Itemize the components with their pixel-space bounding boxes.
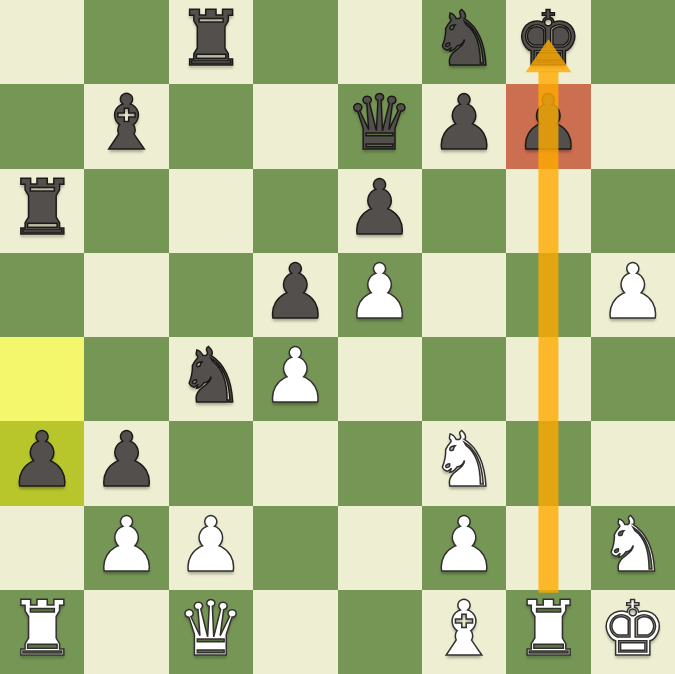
square-e1[interactable] [338, 590, 422, 674]
chess-board-container: ♜♞♚♝♛♟♟♜♟♟♟♟♞♟♟♟♞♟♟♟♞♜♛♝♜♚ [0, 0, 675, 674]
white-queen[interactable]: ♛ [177, 591, 245, 667]
square-c7[interactable] [169, 84, 253, 168]
square-e5[interactable]: ♟ [338, 253, 422, 337]
square-h4[interactable] [591, 337, 675, 421]
square-g4[interactable] [506, 337, 590, 421]
square-d8[interactable] [253, 0, 337, 84]
square-e8[interactable] [338, 0, 422, 84]
black-queen[interactable]: ♛ [346, 85, 414, 161]
white-rook[interactable]: ♜ [8, 591, 76, 667]
black-rook[interactable]: ♜ [177, 1, 245, 77]
black-king[interactable]: ♚ [514, 1, 582, 77]
chess-board: ♜♞♚♝♛♟♟♜♟♟♟♟♞♟♟♟♞♟♟♟♞♜♛♝♜♚ [0, 0, 675, 674]
square-c1[interactable]: ♛ [169, 590, 253, 674]
square-d1[interactable] [253, 590, 337, 674]
white-pawn[interactable]: ♟ [177, 507, 245, 583]
white-king[interactable]: ♚ [599, 591, 667, 667]
square-e7[interactable]: ♛ [338, 84, 422, 168]
black-knight[interactable]: ♞ [177, 338, 245, 414]
square-d3[interactable] [253, 421, 337, 505]
square-g6[interactable] [506, 169, 590, 253]
square-d5[interactable]: ♟ [253, 253, 337, 337]
square-d4[interactable]: ♟ [253, 337, 337, 421]
black-pawn[interactable]: ♟ [92, 422, 160, 498]
square-f4[interactable] [422, 337, 506, 421]
square-h3[interactable] [591, 421, 675, 505]
square-b8[interactable] [84, 0, 168, 84]
square-b2[interactable]: ♟ [84, 506, 168, 590]
square-g5[interactable] [506, 253, 590, 337]
square-d2[interactable] [253, 506, 337, 590]
square-e4[interactable] [338, 337, 422, 421]
square-h6[interactable] [591, 169, 675, 253]
square-f3[interactable]: ♞ [422, 421, 506, 505]
square-g7[interactable]: ♟ [506, 84, 590, 168]
square-c5[interactable] [169, 253, 253, 337]
square-c6[interactable] [169, 169, 253, 253]
square-b5[interactable] [84, 253, 168, 337]
square-c4[interactable]: ♞ [169, 337, 253, 421]
square-a1[interactable]: ♜ [0, 590, 84, 674]
square-a2[interactable] [0, 506, 84, 590]
square-b1[interactable] [84, 590, 168, 674]
square-e3[interactable] [338, 421, 422, 505]
square-c8[interactable]: ♜ [169, 0, 253, 84]
square-f2[interactable]: ♟ [422, 506, 506, 590]
square-b4[interactable] [84, 337, 168, 421]
square-g8[interactable]: ♚ [506, 0, 590, 84]
square-g2[interactable] [506, 506, 590, 590]
black-pawn[interactable]: ♟ [514, 85, 582, 161]
square-g3[interactable] [506, 421, 590, 505]
square-h5[interactable]: ♟ [591, 253, 675, 337]
square-h2[interactable]: ♞ [591, 506, 675, 590]
square-g1[interactable]: ♜ [506, 590, 590, 674]
black-bishop[interactable]: ♝ [92, 85, 160, 161]
square-f1[interactable]: ♝ [422, 590, 506, 674]
white-pawn[interactable]: ♟ [92, 507, 160, 583]
square-a5[interactable] [0, 253, 84, 337]
black-knight[interactable]: ♞ [430, 1, 498, 77]
square-b6[interactable] [84, 169, 168, 253]
square-a8[interactable] [0, 0, 84, 84]
white-pawn[interactable]: ♟ [599, 254, 667, 330]
black-pawn[interactable]: ♟ [8, 422, 76, 498]
white-knight[interactable]: ♞ [430, 422, 498, 498]
square-c3[interactable] [169, 421, 253, 505]
white-pawn[interactable]: ♟ [261, 338, 329, 414]
square-a7[interactable] [0, 84, 84, 168]
square-h8[interactable] [591, 0, 675, 84]
black-pawn[interactable]: ♟ [261, 254, 329, 330]
square-e6[interactable]: ♟ [338, 169, 422, 253]
square-f8[interactable]: ♞ [422, 0, 506, 84]
square-e2[interactable] [338, 506, 422, 590]
white-pawn[interactable]: ♟ [346, 254, 414, 330]
square-f7[interactable]: ♟ [422, 84, 506, 168]
black-rook[interactable]: ♜ [8, 170, 76, 246]
square-c2[interactable]: ♟ [169, 506, 253, 590]
square-f5[interactable] [422, 253, 506, 337]
square-h1[interactable]: ♚ [591, 590, 675, 674]
square-h7[interactable] [591, 84, 675, 168]
white-knight[interactable]: ♞ [599, 507, 667, 583]
square-b7[interactable]: ♝ [84, 84, 168, 168]
square-d7[interactable] [253, 84, 337, 168]
white-pawn[interactable]: ♟ [430, 507, 498, 583]
square-a6[interactable]: ♜ [0, 169, 84, 253]
square-a4[interactable] [0, 337, 84, 421]
black-pawn[interactable]: ♟ [346, 170, 414, 246]
square-a3[interactable]: ♟ [0, 421, 84, 505]
white-bishop[interactable]: ♝ [430, 591, 498, 667]
square-b3[interactable]: ♟ [84, 421, 168, 505]
square-d6[interactable] [253, 169, 337, 253]
square-f6[interactable] [422, 169, 506, 253]
black-pawn[interactable]: ♟ [430, 85, 498, 161]
white-rook[interactable]: ♜ [514, 591, 582, 667]
